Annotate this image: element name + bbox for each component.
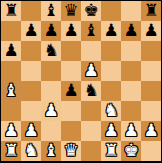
square-a5[interactable] (1, 61, 21, 81)
square-d6[interactable] (61, 41, 81, 61)
piece-black-pawn-f7[interactable]: ♟ (103, 21, 118, 40)
square-f4[interactable] (101, 81, 121, 101)
square-g6[interactable] (121, 41, 141, 61)
square-b4[interactable] (21, 81, 41, 101)
square-g5[interactable] (121, 61, 141, 81)
piece-black-pawn-d4[interactable]: ♟ (63, 81, 78, 100)
square-e8[interactable]: ♚ (81, 1, 101, 21)
square-b3[interactable] (21, 101, 41, 121)
piece-black-knight-e4[interactable]: ♞ (83, 81, 98, 100)
square-d4[interactable]: ♟ (61, 81, 81, 101)
square-d1[interactable]: ♛ (61, 141, 81, 161)
square-f6[interactable] (101, 41, 121, 61)
square-e3[interactable] (81, 101, 101, 121)
square-e4[interactable]: ♞ (81, 81, 101, 101)
square-b6[interactable] (21, 41, 41, 61)
square-h5[interactable] (141, 61, 161, 81)
piece-white-pawn-g2[interactable]: ♟ (123, 121, 138, 140)
square-h4[interactable] (141, 81, 161, 101)
piece-black-pawn-g7[interactable]: ♟ (123, 21, 138, 40)
square-c6[interactable]: ♞ (41, 41, 61, 61)
square-f2[interactable]: ♟ (101, 121, 121, 141)
piece-black-rook-a8[interactable]: ♜ (3, 1, 18, 20)
square-a1[interactable]: ♜ (1, 141, 21, 161)
piece-white-pawn-a2[interactable]: ♟ (3, 121, 18, 140)
piece-white-king-g1[interactable]: ♚ (123, 141, 138, 160)
piece-white-bishop-c1[interactable]: ♝ (43, 141, 58, 160)
square-e1[interactable] (81, 141, 101, 161)
piece-black-knight-c6[interactable]: ♞ (43, 41, 58, 60)
square-a2[interactable]: ♟ (1, 121, 21, 141)
piece-white-pawn-b2[interactable]: ♟ (23, 121, 38, 140)
square-a8[interactable]: ♜ (1, 1, 21, 21)
square-g2[interactable]: ♟ (121, 121, 141, 141)
piece-black-bishop-e7[interactable]: ♝ (83, 21, 98, 40)
square-a3[interactable] (1, 101, 21, 121)
piece-black-king-e8[interactable]: ♚ (83, 1, 98, 20)
piece-black-pawn-a6[interactable]: ♟ (3, 41, 18, 60)
square-d5[interactable] (61, 61, 81, 81)
square-c4[interactable] (41, 81, 61, 101)
square-b1[interactable]: ♞ (21, 141, 41, 161)
piece-white-knight-f3[interactable]: ♞ (103, 101, 118, 120)
square-g3[interactable] (121, 101, 141, 121)
square-e2[interactable] (81, 121, 101, 141)
square-f7[interactable]: ♟ (101, 21, 121, 41)
square-a4[interactable]: ♝ (1, 81, 21, 101)
square-g8[interactable] (121, 1, 141, 21)
square-b8[interactable] (21, 1, 41, 21)
piece-black-bishop-c8[interactable]: ♝ (43, 1, 58, 20)
piece-black-pawn-d7[interactable]: ♟ (63, 21, 78, 40)
square-f3[interactable]: ♞ (101, 101, 121, 121)
square-e5[interactable]: ♟ (81, 61, 101, 81)
square-h1[interactable] (141, 141, 161, 161)
piece-black-pawn-b7[interactable]: ♟ (23, 21, 38, 40)
square-g4[interactable] (121, 81, 141, 101)
piece-white-rook-a1[interactable]: ♜ (3, 141, 18, 160)
square-f1[interactable]: ♜ (101, 141, 121, 161)
piece-white-pawn-c3[interactable]: ♟ (43, 101, 58, 120)
piece-white-rook-f1[interactable]: ♜ (103, 141, 118, 160)
square-g7[interactable]: ♟ (121, 21, 141, 41)
piece-black-pawn-h7[interactable]: ♟ (143, 21, 158, 40)
square-b5[interactable] (21, 61, 41, 81)
square-c3[interactable]: ♟ (41, 101, 61, 121)
square-h8[interactable]: ♜ (141, 1, 161, 21)
square-c2[interactable] (41, 121, 61, 141)
piece-white-knight-b1[interactable]: ♞ (23, 141, 38, 160)
piece-black-pawn-c7[interactable]: ♟ (43, 21, 58, 40)
square-h3[interactable] (141, 101, 161, 121)
piece-white-pawn-h2[interactable]: ♟ (143, 121, 158, 140)
square-h6[interactable] (141, 41, 161, 61)
square-c1[interactable]: ♝ (41, 141, 61, 161)
square-d8[interactable]: ♛ (61, 1, 81, 21)
piece-black-rook-h8[interactable]: ♜ (143, 1, 158, 20)
piece-black-queen-d8[interactable]: ♛ (63, 1, 78, 20)
piece-white-pawn-e5[interactable]: ♟ (83, 61, 98, 80)
piece-white-queen-d1[interactable]: ♛ (63, 141, 78, 160)
chess-board-frame: ♜♝♛♚♜♟♟♟♝♟♟♟♟♞♟♝♟♞♟♞♟♟♟♟♟♜♞♝♛♜♚ (0, 1, 162, 163)
square-f8[interactable] (101, 1, 121, 21)
square-d3[interactable] (61, 101, 81, 121)
square-h7[interactable]: ♟ (141, 21, 161, 41)
square-e6[interactable] (81, 41, 101, 61)
square-c7[interactable]: ♟ (41, 21, 61, 41)
square-b2[interactable]: ♟ (21, 121, 41, 141)
square-g1[interactable]: ♚ (121, 141, 141, 161)
square-b7[interactable]: ♟ (21, 21, 41, 41)
square-d2[interactable] (61, 121, 81, 141)
chess-board: ♜♝♛♚♜♟♟♟♝♟♟♟♟♞♟♝♟♞♟♞♟♟♟♟♟♜♞♝♛♜♚ (1, 1, 161, 161)
square-c8[interactable]: ♝ (41, 1, 61, 21)
square-a6[interactable]: ♟ (1, 41, 21, 61)
piece-white-pawn-f2[interactable]: ♟ (103, 121, 118, 140)
square-d7[interactable]: ♟ (61, 21, 81, 41)
square-e7[interactable]: ♝ (81, 21, 101, 41)
square-f5[interactable] (101, 61, 121, 81)
piece-white-bishop-a4[interactable]: ♝ (3, 81, 18, 100)
square-h2[interactable]: ♟ (141, 121, 161, 141)
square-c5[interactable] (41, 61, 61, 81)
square-a7[interactable] (1, 21, 21, 41)
